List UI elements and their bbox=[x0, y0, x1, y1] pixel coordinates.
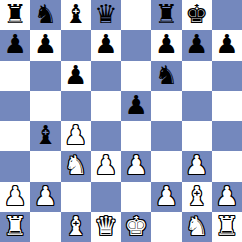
square-f1[interactable] bbox=[151, 212, 181, 242]
square-h8[interactable] bbox=[212, 0, 242, 30]
white-knight-c3[interactable]: ♞ bbox=[64, 152, 87, 178]
white-queen-d1[interactable]: ♛ bbox=[94, 213, 117, 239]
square-d8[interactable]: ♛ bbox=[91, 0, 121, 30]
square-e5[interactable]: ♟ bbox=[121, 91, 151, 121]
white-pawn-f2[interactable]: ♟ bbox=[155, 183, 178, 209]
black-pawn-e5[interactable]: ♟ bbox=[124, 92, 147, 118]
square-g8[interactable]: ♚ bbox=[182, 0, 212, 30]
square-d1[interactable]: ♛ bbox=[91, 212, 121, 242]
square-b3[interactable] bbox=[30, 151, 60, 181]
square-d7[interactable]: ♟ bbox=[91, 30, 121, 60]
white-bishop-c1[interactable]: ♝ bbox=[64, 213, 87, 239]
square-e6[interactable] bbox=[121, 61, 151, 91]
square-a7[interactable]: ♟ bbox=[0, 30, 30, 60]
square-e1[interactable]: ♚ bbox=[121, 212, 151, 242]
square-g3[interactable]: ♟ bbox=[182, 151, 212, 181]
square-c4[interactable]: ♟ bbox=[61, 121, 91, 151]
white-pawn-e3[interactable]: ♟ bbox=[124, 152, 147, 178]
square-b1[interactable] bbox=[30, 212, 60, 242]
square-a1[interactable]: ♜ bbox=[0, 212, 30, 242]
square-f4[interactable] bbox=[151, 121, 181, 151]
white-pawn-g3[interactable]: ♟ bbox=[185, 152, 208, 178]
square-f3[interactable] bbox=[151, 151, 181, 181]
chess-board: ♜♞♝♛♜♚♟♟♟♟♟♟♟♞♟♝♟♞♟♟♟♟♟♟♝♟♜♝♛♚♞♜ bbox=[0, 0, 242, 242]
square-e3[interactable]: ♟ bbox=[121, 151, 151, 181]
white-pawn-c4[interactable]: ♟ bbox=[64, 122, 87, 148]
square-h4[interactable] bbox=[212, 121, 242, 151]
black-pawn-b7[interactable]: ♟ bbox=[34, 31, 57, 57]
square-g6[interactable] bbox=[182, 61, 212, 91]
square-a3[interactable] bbox=[0, 151, 30, 181]
square-g5[interactable] bbox=[182, 91, 212, 121]
square-b6[interactable] bbox=[30, 61, 60, 91]
square-h1[interactable]: ♜ bbox=[212, 212, 242, 242]
square-h2[interactable]: ♟ bbox=[212, 182, 242, 212]
black-pawn-h7[interactable]: ♟ bbox=[215, 31, 238, 57]
square-h5[interactable] bbox=[212, 91, 242, 121]
square-f7[interactable]: ♟ bbox=[151, 30, 181, 60]
square-h6[interactable] bbox=[212, 61, 242, 91]
square-g7[interactable]: ♟ bbox=[182, 30, 212, 60]
square-b7[interactable]: ♟ bbox=[30, 30, 60, 60]
black-rook-a8[interactable]: ♜ bbox=[3, 1, 26, 27]
white-rook-h1[interactable]: ♜ bbox=[215, 213, 238, 239]
square-d4[interactable] bbox=[91, 121, 121, 151]
square-c7[interactable] bbox=[61, 30, 91, 60]
white-bishop-g2[interactable]: ♝ bbox=[185, 183, 208, 209]
square-b2[interactable]: ♟ bbox=[30, 182, 60, 212]
square-g1[interactable]: ♞ bbox=[182, 212, 212, 242]
square-a2[interactable]: ♟ bbox=[0, 182, 30, 212]
white-pawn-h2[interactable]: ♟ bbox=[215, 183, 238, 209]
square-a5[interactable] bbox=[0, 91, 30, 121]
square-g2[interactable]: ♝ bbox=[182, 182, 212, 212]
white-pawn-d3[interactable]: ♟ bbox=[94, 152, 117, 178]
black-pawn-c6[interactable]: ♟ bbox=[64, 62, 87, 88]
black-bishop-b4[interactable]: ♝ bbox=[34, 122, 57, 148]
black-pawn-a7[interactable]: ♟ bbox=[3, 31, 26, 57]
black-queen-d8[interactable]: ♛ bbox=[94, 1, 117, 27]
black-knight-b8[interactable]: ♞ bbox=[34, 1, 57, 27]
square-c3[interactable]: ♞ bbox=[61, 151, 91, 181]
white-pawn-a2[interactable]: ♟ bbox=[3, 183, 26, 209]
black-bishop-c8[interactable]: ♝ bbox=[64, 1, 87, 27]
square-c6[interactable]: ♟ bbox=[61, 61, 91, 91]
square-b5[interactable] bbox=[30, 91, 60, 121]
square-d6[interactable] bbox=[91, 61, 121, 91]
square-e8[interactable] bbox=[121, 0, 151, 30]
square-d3[interactable]: ♟ bbox=[91, 151, 121, 181]
square-f5[interactable] bbox=[151, 91, 181, 121]
white-knight-g1[interactable]: ♞ bbox=[185, 213, 208, 239]
square-e4[interactable] bbox=[121, 121, 151, 151]
black-pawn-d7[interactable]: ♟ bbox=[94, 31, 117, 57]
white-king-e1[interactable]: ♚ bbox=[124, 213, 147, 239]
square-h7[interactable]: ♟ bbox=[212, 30, 242, 60]
square-e2[interactable] bbox=[121, 182, 151, 212]
square-a6[interactable] bbox=[0, 61, 30, 91]
black-knight-f6[interactable]: ♞ bbox=[155, 62, 178, 88]
square-c8[interactable]: ♝ bbox=[61, 0, 91, 30]
square-g4[interactable] bbox=[182, 121, 212, 151]
square-f8[interactable]: ♜ bbox=[151, 0, 181, 30]
white-pawn-b2[interactable]: ♟ bbox=[34, 183, 57, 209]
square-d2[interactable] bbox=[91, 182, 121, 212]
square-b4[interactable]: ♝ bbox=[30, 121, 60, 151]
black-pawn-f7[interactable]: ♟ bbox=[155, 31, 178, 57]
black-king-g8[interactable]: ♚ bbox=[185, 1, 208, 27]
black-pawn-g7[interactable]: ♟ bbox=[185, 31, 208, 57]
square-a8[interactable]: ♜ bbox=[0, 0, 30, 30]
square-d5[interactable] bbox=[91, 91, 121, 121]
square-f6[interactable]: ♞ bbox=[151, 61, 181, 91]
square-c2[interactable] bbox=[61, 182, 91, 212]
square-f2[interactable]: ♟ bbox=[151, 182, 181, 212]
white-rook-a1[interactable]: ♜ bbox=[3, 213, 26, 239]
square-e7[interactable] bbox=[121, 30, 151, 60]
square-h3[interactable] bbox=[212, 151, 242, 181]
square-c1[interactable]: ♝ bbox=[61, 212, 91, 242]
black-rook-f8[interactable]: ♜ bbox=[155, 1, 178, 27]
square-c5[interactable] bbox=[61, 91, 91, 121]
square-a4[interactable] bbox=[0, 121, 30, 151]
square-b8[interactable]: ♞ bbox=[30, 0, 60, 30]
